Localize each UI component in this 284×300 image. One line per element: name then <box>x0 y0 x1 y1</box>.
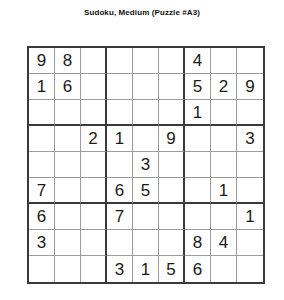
cell-r2c8[interactable]: 2 <box>211 74 237 100</box>
cell-r9c1[interactable] <box>29 256 55 282</box>
cell-r3c1[interactable] <box>29 100 55 126</box>
cell-r5c2[interactable] <box>55 152 81 178</box>
cell-r1c6[interactable] <box>159 48 185 74</box>
cell-r2c9[interactable]: 9 <box>237 74 263 100</box>
cell-r6c6[interactable] <box>159 178 185 204</box>
cell-r5c1[interactable] <box>29 152 55 178</box>
cell-r2c6[interactable] <box>159 74 185 100</box>
cell-r6c2[interactable] <box>55 178 81 204</box>
cell-r6c9[interactable] <box>237 178 263 204</box>
cell-r7c9[interactable]: 1 <box>237 204 263 230</box>
cell-r8c7[interactable]: 8 <box>185 230 211 256</box>
cell-r5c5[interactable]: 3 <box>133 152 159 178</box>
cell-r1c5[interactable] <box>133 48 159 74</box>
cell-r8c8[interactable]: 4 <box>211 230 237 256</box>
cell-r6c3[interactable] <box>81 178 107 204</box>
cell-r8c9[interactable] <box>237 230 263 256</box>
cell-r7c3[interactable] <box>81 204 107 230</box>
cell-r9c5[interactable]: 1 <box>133 256 159 282</box>
cell-r3c4[interactable] <box>107 100 133 126</box>
cell-r4c6[interactable]: 9 <box>159 126 185 152</box>
cell-r6c4[interactable]: 6 <box>107 178 133 204</box>
cell-r9c7[interactable]: 6 <box>185 256 211 282</box>
cell-r6c8[interactable]: 1 <box>211 178 237 204</box>
cell-r6c5[interactable]: 5 <box>133 178 159 204</box>
cell-r3c2[interactable] <box>55 100 81 126</box>
cell-r9c9[interactable] <box>237 256 263 282</box>
cell-r5c3[interactable] <box>81 152 107 178</box>
cell-r8c5[interactable] <box>133 230 159 256</box>
cell-r2c5[interactable] <box>133 74 159 100</box>
cell-r7c5[interactable] <box>133 204 159 230</box>
cell-r9c4[interactable]: 3 <box>107 256 133 282</box>
cell-r2c3[interactable] <box>81 74 107 100</box>
cell-r4c9[interactable]: 3 <box>237 126 263 152</box>
cell-r3c8[interactable] <box>211 100 237 126</box>
cell-r2c4[interactable] <box>107 74 133 100</box>
cell-r9c2[interactable] <box>55 256 81 282</box>
cell-r2c1[interactable]: 1 <box>29 74 55 100</box>
cell-r6c7[interactable] <box>185 178 211 204</box>
cell-r4c5[interactable] <box>133 126 159 152</box>
cell-r9c8[interactable] <box>211 256 237 282</box>
cell-r2c7[interactable]: 5 <box>185 74 211 100</box>
cell-r1c4[interactable] <box>107 48 133 74</box>
cell-r3c9[interactable] <box>237 100 263 126</box>
cell-r8c1[interactable]: 3 <box>29 230 55 256</box>
cell-r1c1[interactable]: 9 <box>29 48 55 74</box>
cell-r8c2[interactable] <box>55 230 81 256</box>
cell-r1c7[interactable]: 4 <box>185 48 211 74</box>
cell-r4c2[interactable] <box>55 126 81 152</box>
cell-r9c3[interactable] <box>81 256 107 282</box>
cell-r4c7[interactable] <box>185 126 211 152</box>
sudoku-board: 9841652912193376516713843156 <box>27 46 265 284</box>
cell-r7c8[interactable] <box>211 204 237 230</box>
cell-r8c6[interactable] <box>159 230 185 256</box>
cell-r8c3[interactable] <box>81 230 107 256</box>
cell-r8c4[interactable] <box>107 230 133 256</box>
cell-r5c6[interactable] <box>159 152 185 178</box>
page-title: Sudoku, Medium (Puzzle #A3) <box>0 8 284 17</box>
cell-r1c9[interactable] <box>237 48 263 74</box>
cell-r5c7[interactable] <box>185 152 211 178</box>
cell-r3c5[interactable] <box>133 100 159 126</box>
cell-r5c4[interactable] <box>107 152 133 178</box>
cell-r9c6[interactable]: 5 <box>159 256 185 282</box>
cell-r7c1[interactable]: 6 <box>29 204 55 230</box>
cell-r7c2[interactable] <box>55 204 81 230</box>
cell-r2c2[interactable]: 6 <box>55 74 81 100</box>
cell-r7c6[interactable] <box>159 204 185 230</box>
cell-r6c1[interactable]: 7 <box>29 178 55 204</box>
cell-r3c6[interactable] <box>159 100 185 126</box>
cell-r5c8[interactable] <box>211 152 237 178</box>
cell-r4c8[interactable] <box>211 126 237 152</box>
cell-r4c4[interactable]: 1 <box>107 126 133 152</box>
cell-r3c7[interactable]: 1 <box>185 100 211 126</box>
cell-r1c8[interactable] <box>211 48 237 74</box>
cell-r7c4[interactable]: 7 <box>107 204 133 230</box>
cell-r5c9[interactable] <box>237 152 263 178</box>
cell-r4c3[interactable]: 2 <box>81 126 107 152</box>
cell-r1c3[interactable] <box>81 48 107 74</box>
cell-r1c2[interactable]: 8 <box>55 48 81 74</box>
cell-r4c1[interactable] <box>29 126 55 152</box>
cell-r3c3[interactable] <box>81 100 107 126</box>
cell-r7c7[interactable] <box>185 204 211 230</box>
